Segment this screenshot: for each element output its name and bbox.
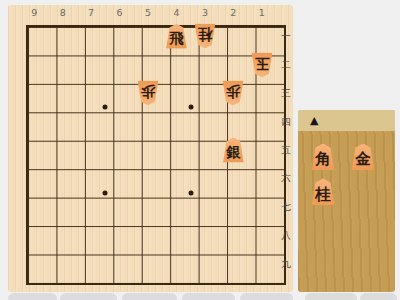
file-label: 7 [88, 7, 94, 18]
rank-label: 八 [281, 229, 291, 242]
toolbar-button[interactable] [60, 293, 117, 300]
shogi-board-grid[interactable] [26, 25, 286, 285]
toolbar-button[interactable] [182, 293, 235, 300]
shogi-diagram: ▲ 987654321一二三四五六七八九飛桂玉歩歩銀角金桂 [0, 0, 400, 300]
toolbar-button[interactable] [122, 293, 177, 300]
file-label: 8 [60, 7, 66, 18]
rank-label: 一 [281, 30, 291, 43]
file-label: 2 [230, 7, 236, 18]
toolbar-button[interactable] [360, 293, 397, 300]
star-point [103, 190, 108, 195]
file-label: 3 [202, 7, 208, 18]
rank-label: 五 [281, 144, 291, 157]
file-label: 4 [173, 7, 179, 18]
rank-label: 三 [281, 87, 291, 100]
star-point [103, 105, 108, 110]
file-label: 6 [117, 7, 123, 18]
rank-label: 六 [281, 172, 291, 185]
file-label: 9 [31, 7, 37, 18]
star-point [188, 105, 193, 110]
shogi-board-panel [8, 5, 293, 292]
toolbar-button[interactable] [240, 293, 293, 300]
file-label: 5 [145, 7, 151, 18]
komadai-header: ▲ [298, 110, 395, 131]
toolbar-button[interactable] [8, 293, 57, 300]
file-label: 1 [259, 7, 265, 18]
rank-label: 九 [281, 257, 291, 270]
toolbar-button[interactable] [305, 293, 357, 300]
rank-label: 四 [281, 115, 291, 128]
rank-label: 七 [281, 200, 291, 213]
rank-label: 二 [281, 58, 291, 71]
star-point [188, 190, 193, 195]
sente-turn-triangle-icon: ▲ [310, 115, 318, 126]
